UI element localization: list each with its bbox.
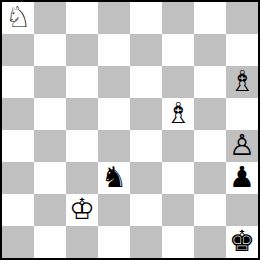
square-f5[interactable]: ♗ <box>162 98 194 130</box>
square-h3[interactable]: ♟ <box>226 162 258 194</box>
square-b7[interactable] <box>34 34 66 66</box>
square-f6[interactable] <box>162 66 194 98</box>
square-d4[interactable] <box>98 130 130 162</box>
square-g2[interactable] <box>194 194 226 226</box>
square-c8[interactable] <box>66 2 98 34</box>
square-c5[interactable] <box>66 98 98 130</box>
square-a6[interactable] <box>2 66 34 98</box>
square-b5[interactable] <box>34 98 66 130</box>
square-h4[interactable]: ♙ <box>226 130 258 162</box>
black-pawn: ♟ <box>229 162 255 193</box>
square-d5[interactable] <box>98 98 130 130</box>
square-a5[interactable] <box>2 98 34 130</box>
square-d1[interactable] <box>98 226 130 258</box>
square-a2[interactable] <box>2 194 34 226</box>
square-f4[interactable] <box>162 130 194 162</box>
square-c3[interactable] <box>66 162 98 194</box>
white-bishop: ♗ <box>229 66 255 97</box>
square-a1[interactable] <box>2 226 34 258</box>
square-b2[interactable] <box>34 194 66 226</box>
square-h7[interactable] <box>226 34 258 66</box>
square-g1[interactable] <box>194 226 226 258</box>
square-b6[interactable] <box>34 66 66 98</box>
square-b1[interactable] <box>34 226 66 258</box>
square-f3[interactable] <box>162 162 194 194</box>
square-a8[interactable]: ♘ <box>2 2 34 34</box>
square-h6[interactable]: ♗ <box>226 66 258 98</box>
square-e3[interactable] <box>130 162 162 194</box>
square-g7[interactable] <box>194 34 226 66</box>
square-b3[interactable] <box>34 162 66 194</box>
square-d8[interactable] <box>98 2 130 34</box>
white-bishop: ♗ <box>165 98 191 129</box>
square-c6[interactable] <box>66 66 98 98</box>
square-a7[interactable] <box>2 34 34 66</box>
square-g3[interactable] <box>194 162 226 194</box>
square-e5[interactable] <box>130 98 162 130</box>
chess-diagram: ♘♗♗♙♞♟♔♚ <box>0 0 260 260</box>
black-knight: ♞ <box>101 162 127 193</box>
square-d2[interactable] <box>98 194 130 226</box>
square-h5[interactable] <box>226 98 258 130</box>
square-d3[interactable]: ♞ <box>98 162 130 194</box>
square-e6[interactable] <box>130 66 162 98</box>
square-b4[interactable] <box>34 130 66 162</box>
square-h1[interactable]: ♚ <box>226 226 258 258</box>
square-e1[interactable] <box>130 226 162 258</box>
square-c7[interactable] <box>66 34 98 66</box>
square-e4[interactable] <box>130 130 162 162</box>
square-f8[interactable] <box>162 2 194 34</box>
square-f1[interactable] <box>162 226 194 258</box>
square-d7[interactable] <box>98 34 130 66</box>
square-c4[interactable] <box>66 130 98 162</box>
square-d6[interactable] <box>98 66 130 98</box>
white-king: ♔ <box>69 194 95 225</box>
square-c2[interactable]: ♔ <box>66 194 98 226</box>
square-a4[interactable] <box>2 130 34 162</box>
square-a3[interactable] <box>2 162 34 194</box>
white-knight: ♘ <box>5 2 31 33</box>
chess-board: ♘♗♗♙♞♟♔♚ <box>0 0 260 260</box>
square-e7[interactable] <box>130 34 162 66</box>
square-g6[interactable] <box>194 66 226 98</box>
square-e2[interactable] <box>130 194 162 226</box>
square-c1[interactable] <box>66 226 98 258</box>
white-pawn: ♙ <box>229 130 255 161</box>
square-f7[interactable] <box>162 34 194 66</box>
square-g8[interactable] <box>194 2 226 34</box>
square-g5[interactable] <box>194 98 226 130</box>
square-g4[interactable] <box>194 130 226 162</box>
square-e8[interactable] <box>130 2 162 34</box>
square-b8[interactable] <box>34 2 66 34</box>
square-h2[interactable] <box>226 194 258 226</box>
square-f2[interactable] <box>162 194 194 226</box>
square-h8[interactable] <box>226 2 258 34</box>
black-king: ♚ <box>229 226 255 257</box>
